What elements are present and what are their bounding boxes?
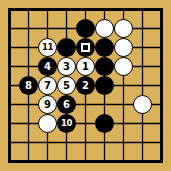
- move-number: 8: [25, 81, 32, 91]
- white-stone-move-5: 5: [57, 76, 76, 95]
- point-4-9[interactable]: [57, 152, 76, 171]
- point-9-1[interactable]: [152, 0, 171, 19]
- point-7-9[interactable]: [114, 152, 133, 171]
- move-number: 1: [82, 62, 89, 72]
- point-5-7[interactable]: [76, 114, 95, 133]
- point-1-1[interactable]: [0, 0, 19, 19]
- point-5-1[interactable]: [76, 0, 95, 19]
- point-3-3[interactable]: 11: [38, 38, 57, 57]
- move-number: 3: [63, 62, 70, 72]
- point-7-7[interactable]: [114, 114, 133, 133]
- point-9-6[interactable]: [152, 95, 171, 114]
- point-3-7[interactable]: [38, 114, 57, 133]
- point-3-5[interactable]: 7: [38, 76, 57, 95]
- point-3-9[interactable]: [38, 152, 57, 171]
- point-6-3[interactable]: [95, 38, 114, 57]
- move-number: 11: [42, 43, 53, 52]
- point-7-4[interactable]: [114, 57, 133, 76]
- point-2-2[interactable]: [19, 19, 38, 38]
- point-5-9[interactable]: [76, 152, 95, 171]
- point-7-8[interactable]: [114, 133, 133, 152]
- point-2-1[interactable]: [19, 0, 38, 19]
- point-1-7[interactable]: [0, 114, 19, 133]
- black-stone-move-10: 10: [57, 114, 76, 133]
- white-square-marker-icon: [81, 43, 90, 52]
- go-board[interactable]: 1143187529610: [0, 0, 171, 171]
- point-7-6[interactable]: [114, 95, 133, 114]
- point-1-3[interactable]: [0, 38, 19, 57]
- point-1-9[interactable]: [0, 152, 19, 171]
- point-1-5[interactable]: [0, 76, 19, 95]
- point-8-7[interactable]: [133, 114, 152, 133]
- move-number: 10: [61, 119, 72, 128]
- black-stone-move-2: 2: [76, 76, 95, 95]
- white-stone-move-9: 9: [38, 95, 57, 114]
- point-6-1[interactable]: [95, 0, 114, 19]
- point-4-1[interactable]: [57, 0, 76, 19]
- black-stone-marked: [76, 38, 95, 57]
- point-3-6[interactable]: 9: [38, 95, 57, 114]
- point-7-5[interactable]: [114, 76, 133, 95]
- point-3-2[interactable]: [38, 19, 57, 38]
- point-6-4[interactable]: [95, 57, 114, 76]
- point-4-6[interactable]: 6: [57, 95, 76, 114]
- point-9-9[interactable]: [152, 152, 171, 171]
- point-5-3[interactable]: [76, 38, 95, 57]
- point-2-6[interactable]: [19, 95, 38, 114]
- point-9-5[interactable]: [152, 76, 171, 95]
- move-number: 6: [63, 100, 70, 110]
- point-9-2[interactable]: [152, 19, 171, 38]
- point-3-8[interactable]: [38, 133, 57, 152]
- black-stone: [57, 38, 76, 57]
- point-8-4[interactable]: [133, 57, 152, 76]
- black-stone-move-8: 8: [19, 76, 38, 95]
- white-stone: [133, 95, 152, 114]
- point-7-1[interactable]: [114, 0, 133, 19]
- point-2-4[interactable]: [19, 57, 38, 76]
- point-6-7[interactable]: [95, 114, 114, 133]
- point-3-4[interactable]: 4: [38, 57, 57, 76]
- point-4-2[interactable]: [57, 19, 76, 38]
- move-number: 5: [63, 81, 70, 91]
- point-6-9[interactable]: [95, 152, 114, 171]
- point-6-5[interactable]: [95, 76, 114, 95]
- white-stone: [114, 38, 133, 57]
- black-stone-move-4: 4: [38, 57, 57, 76]
- point-8-2[interactable]: [133, 19, 152, 38]
- white-stone-move-11: 11: [38, 38, 57, 57]
- point-1-2[interactable]: [0, 19, 19, 38]
- black-stone: [95, 114, 114, 133]
- black-stone-move-6: 6: [57, 95, 76, 114]
- point-8-3[interactable]: [133, 38, 152, 57]
- move-number: 4: [44, 62, 51, 72]
- point-9-7[interactable]: [152, 114, 171, 133]
- white-stone-move-3: 3: [57, 57, 76, 76]
- point-6-8[interactable]: [95, 133, 114, 152]
- board-points-grid: 1143187529610: [0, 0, 171, 171]
- black-stone: [76, 19, 95, 38]
- point-8-5[interactable]: [133, 76, 152, 95]
- point-9-8[interactable]: [152, 133, 171, 152]
- point-5-5[interactable]: 2: [76, 76, 95, 95]
- move-number: 9: [44, 100, 51, 110]
- black-stone: [95, 76, 114, 95]
- white-stone-move-1: 1: [76, 57, 95, 76]
- point-4-4[interactable]: 3: [57, 57, 76, 76]
- point-8-9[interactable]: [133, 152, 152, 171]
- point-6-2[interactable]: [95, 19, 114, 38]
- point-2-7[interactable]: [19, 114, 38, 133]
- point-1-8[interactable]: [0, 133, 19, 152]
- point-9-3[interactable]: [152, 38, 171, 57]
- point-8-1[interactable]: [133, 0, 152, 19]
- white-stone: [95, 19, 114, 38]
- point-8-8[interactable]: [133, 133, 152, 152]
- white-stone: [38, 114, 57, 133]
- point-5-8[interactable]: [76, 133, 95, 152]
- point-5-6[interactable]: [76, 95, 95, 114]
- black-stone: [95, 57, 114, 76]
- point-5-4[interactable]: 1: [76, 57, 95, 76]
- point-4-8[interactable]: [57, 133, 76, 152]
- white-stone: [114, 57, 133, 76]
- black-stone: [95, 38, 114, 57]
- move-number: 7: [44, 81, 51, 91]
- move-number: 2: [82, 81, 89, 91]
- point-2-9[interactable]: [19, 152, 38, 171]
- point-4-3[interactable]: [57, 38, 76, 57]
- point-2-5[interactable]: 8: [19, 76, 38, 95]
- point-1-4[interactable]: [0, 57, 19, 76]
- white-stone-move-7: 7: [38, 76, 57, 95]
- point-2-3[interactable]: [19, 38, 38, 57]
- point-9-4[interactable]: [152, 57, 171, 76]
- white-stone: [114, 19, 133, 38]
- point-1-6[interactable]: [0, 95, 19, 114]
- point-8-6[interactable]: [133, 95, 152, 114]
- point-3-1[interactable]: [38, 0, 57, 19]
- point-4-7[interactable]: 10: [57, 114, 76, 133]
- point-6-6[interactable]: [95, 95, 114, 114]
- point-4-5[interactable]: 5: [57, 76, 76, 95]
- point-2-8[interactable]: [19, 133, 38, 152]
- point-7-3[interactable]: [114, 38, 133, 57]
- point-7-2[interactable]: [114, 19, 133, 38]
- point-5-2[interactable]: [76, 19, 95, 38]
